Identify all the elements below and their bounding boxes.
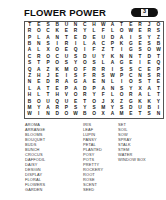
word-list-item: SEED: [83, 187, 118, 192]
word-list-item: WINDOW BOX: [118, 157, 162, 162]
grid-cell: O: [89, 112, 98, 118]
grid-cell: M: [117, 112, 126, 118]
puzzle-title: FLOWER POWER: [24, 7, 106, 18]
word-list-column-3: SETSOILSOWSPRAYSTALKSTEMWATERWINDOW BOX: [118, 122, 162, 192]
grid-cell: W: [25, 112, 34, 118]
grid-cell: O: [62, 112, 71, 118]
word-list-column-2: IRISLEAFLUPINPANSYPETALPLANTEDPOSYPOTSPR…: [83, 122, 118, 192]
grid-cell: S: [145, 112, 154, 118]
grid-cell: T: [135, 112, 144, 118]
puzzle-page: FLOWER POWER 3 TESBUNCHWATERJOROCKERYLFL…: [0, 0, 166, 200]
grid-cell: E: [126, 112, 135, 118]
page-number-badge: 3: [131, 8, 158, 17]
puzzle-header: FLOWER POWER 3: [24, 6, 158, 18]
grid-cell: A: [108, 112, 117, 118]
word-list-column-1: AROMAARRANGEBLOOMSBOUQUETBUDSBUNCHCROCUS…: [25, 122, 83, 192]
grid-cell: N: [43, 112, 52, 118]
grid-cell: I: [34, 112, 43, 118]
grid-cell: W: [71, 112, 80, 118]
grid-cell: X: [99, 112, 108, 118]
grid-cell: D: [53, 112, 62, 118]
word-list: AROMAARRANGEBLOOMSBOUQUETBUDSBUNCHCROCUS…: [25, 122, 162, 192]
page-number: 3: [141, 9, 148, 16]
word-search-grid: TESBUNCHWATERJOROCKERYLFLOWERSPLANTEDEUD…: [24, 21, 164, 119]
grid-cell: N: [154, 112, 163, 118]
grid-cell: B: [80, 112, 89, 118]
word-list-item: GARDEN: [25, 187, 83, 192]
